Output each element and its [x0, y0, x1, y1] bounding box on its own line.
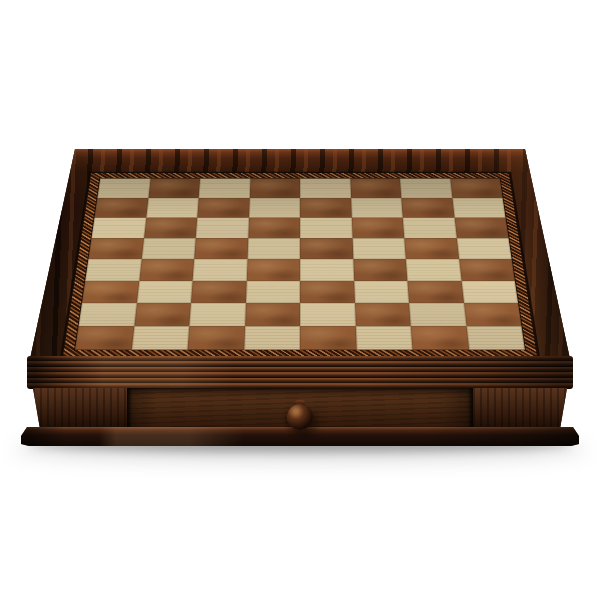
- square-c2: [189, 303, 245, 326]
- reeded-molding: [27, 356, 573, 389]
- square-h5: [456, 238, 511, 259]
- square-b6: [144, 218, 198, 238]
- square-a5: [88, 238, 143, 259]
- drawer-knob: [287, 404, 313, 430]
- square-a1: [75, 326, 134, 350]
- square-f5: [352, 238, 406, 259]
- square-f7: [351, 198, 403, 218]
- square-b8: [148, 178, 200, 197]
- square-d2: [245, 303, 300, 326]
- square-b3: [136, 281, 192, 303]
- square-c4: [193, 259, 247, 281]
- square-c8: [199, 178, 250, 197]
- left-pedestal: [33, 388, 127, 429]
- square-f8: [350, 178, 401, 197]
- square-e8: [300, 178, 351, 197]
- chess-board: [62, 173, 538, 357]
- square-b1: [131, 326, 189, 350]
- square-f1: [355, 326, 412, 350]
- square-e6: [300, 218, 352, 238]
- board-grid: [75, 178, 525, 349]
- square-g2: [409, 303, 466, 326]
- square-h8: [450, 178, 503, 197]
- square-c5: [194, 238, 248, 259]
- square-a6: [91, 218, 145, 238]
- right-pedestal: [473, 388, 567, 429]
- square-e5: [300, 238, 353, 259]
- square-b7: [146, 198, 199, 218]
- square-g7: [401, 198, 454, 218]
- square-c3: [191, 281, 246, 303]
- square-f2: [355, 303, 411, 326]
- square-h3: [461, 281, 518, 303]
- square-c6: [196, 218, 249, 238]
- square-d8: [249, 178, 300, 197]
- square-g1: [411, 326, 469, 350]
- square-h2: [464, 303, 522, 326]
- square-g4: [406, 259, 461, 281]
- square-e1: [300, 326, 356, 350]
- square-b4: [139, 259, 194, 281]
- square-a7: [94, 198, 148, 218]
- square-c7: [197, 198, 249, 218]
- square-d1: [244, 326, 300, 350]
- square-d7: [249, 198, 300, 218]
- square-h4: [459, 259, 515, 281]
- square-b5: [141, 238, 195, 259]
- square-a4: [85, 259, 141, 281]
- square-e4: [300, 259, 354, 281]
- square-a2: [79, 303, 137, 326]
- product-photo: [0, 0, 600, 600]
- square-h7: [452, 198, 506, 218]
- square-d6: [248, 218, 300, 238]
- square-f3: [354, 281, 409, 303]
- square-e3: [300, 281, 355, 303]
- square-b2: [134, 303, 191, 326]
- square-d4: [246, 259, 300, 281]
- square-a3: [82, 281, 139, 303]
- square-f4: [353, 259, 407, 281]
- square-a8: [97, 178, 150, 197]
- square-g5: [404, 238, 458, 259]
- square-e7: [300, 198, 351, 218]
- square-d3: [245, 281, 300, 303]
- square-g8: [400, 178, 452, 197]
- square-f6: [351, 218, 404, 238]
- square-h1: [466, 326, 525, 350]
- square-e2: [300, 303, 355, 326]
- square-g6: [403, 218, 457, 238]
- square-h6: [454, 218, 508, 238]
- square-c1: [188, 326, 245, 350]
- square-g3: [407, 281, 463, 303]
- square-d5: [247, 238, 300, 259]
